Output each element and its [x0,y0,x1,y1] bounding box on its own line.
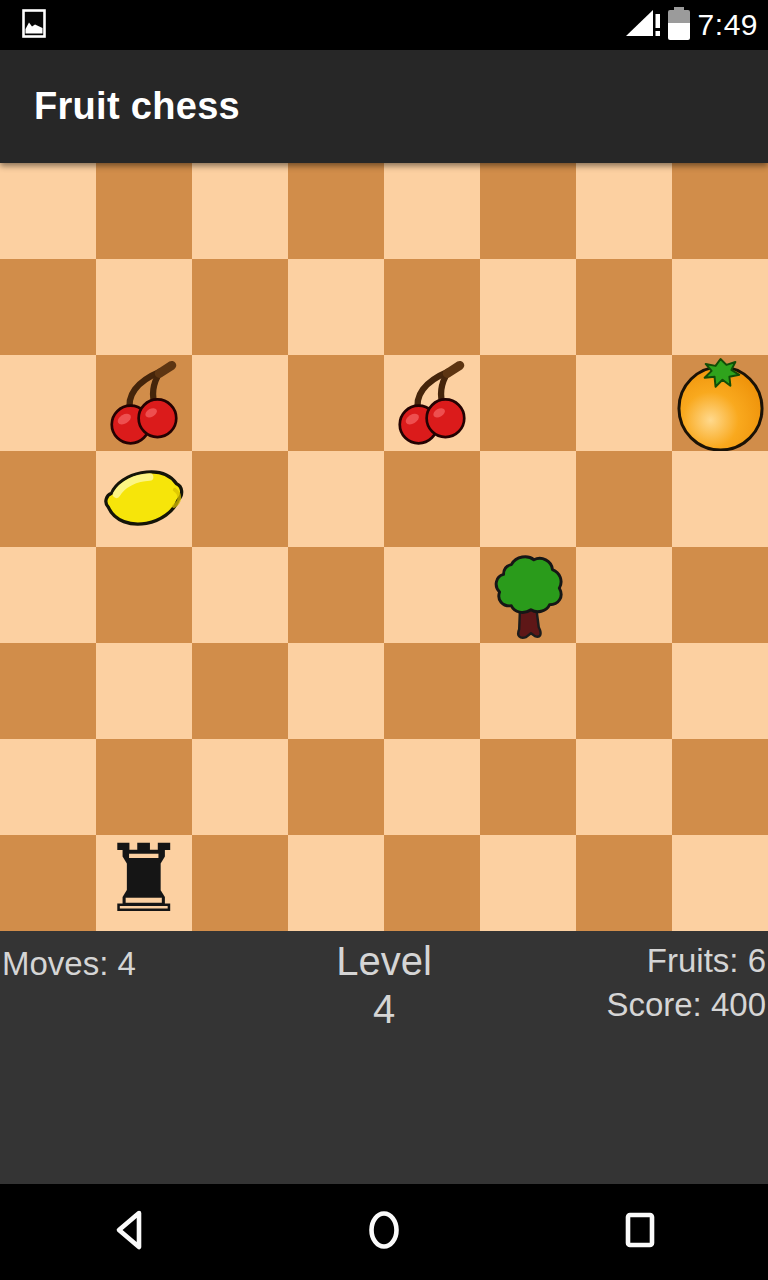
photo-notification-icon [22,9,46,42]
square-c1[interactable] [192,835,288,931]
square-b6[interactable] [96,355,192,451]
square-d7[interactable] [288,259,384,355]
square-d2[interactable] [288,739,384,835]
status-bar-right: 7:49 [624,8,762,42]
square-e7[interactable] [384,259,480,355]
square-a7[interactable] [0,259,96,355]
square-a1[interactable] [0,835,96,931]
square-g6[interactable] [576,355,672,451]
square-h3[interactable] [672,643,768,739]
fruits-counter: Fruits: 6 [606,939,766,983]
square-a6[interactable] [0,355,96,451]
square-a3[interactable] [0,643,96,739]
battery-icon [668,10,690,40]
black-rook-glyph: ♜ [102,831,186,927]
square-c5[interactable] [192,451,288,547]
square-a8[interactable] [0,163,96,259]
square-d6[interactable] [288,355,384,451]
square-e5[interactable] [384,451,480,547]
square-b7[interactable] [96,259,192,355]
square-c8[interactable] [192,163,288,259]
square-g5[interactable] [576,451,672,547]
recents-icon [624,1210,656,1254]
square-c2[interactable] [192,739,288,835]
square-g4[interactable] [576,547,672,643]
square-a5[interactable] [0,451,96,547]
square-g2[interactable] [576,739,672,835]
square-f7[interactable] [480,259,576,355]
square-f4[interactable] [480,547,576,643]
square-g1[interactable] [576,835,672,931]
square-h6[interactable] [672,355,768,451]
piece-orange[interactable] [672,355,768,451]
square-g7[interactable] [576,259,672,355]
square-d4[interactable] [288,547,384,643]
square-f2[interactable] [480,739,576,835]
square-f8[interactable] [480,163,576,259]
navigation-bar [0,1184,768,1280]
score-counter: Score: 400 [606,983,766,1027]
square-e2[interactable] [384,739,480,835]
square-f1[interactable] [480,835,576,931]
square-f6[interactable] [480,355,576,451]
page-title: Fruit chess [34,85,240,128]
square-c7[interactable] [192,259,288,355]
square-h4[interactable] [672,547,768,643]
screen: 7:49 Fruit chess ♜ Moves: 4 Level 4 Frui… [0,0,768,1280]
square-a4[interactable] [0,547,96,643]
square-b4[interactable] [96,547,192,643]
square-f5[interactable] [480,451,576,547]
home-icon [367,1208,401,1256]
square-h1[interactable] [672,835,768,931]
square-e4[interactable] [384,547,480,643]
app-bar: Fruit chess [0,50,768,163]
square-h5[interactable] [672,451,768,547]
recents-button[interactable] [512,1184,768,1280]
status-clock: 7:49 [698,8,758,42]
square-d8[interactable] [288,163,384,259]
square-e6[interactable] [384,355,480,451]
home-button[interactable] [256,1184,512,1280]
square-e3[interactable] [384,643,480,739]
square-d5[interactable] [288,451,384,547]
square-d1[interactable] [288,835,384,931]
piece-rook[interactable]: ♜ [96,835,192,931]
square-c6[interactable] [192,355,288,451]
level-indicator: Level 4 [336,931,432,1033]
square-e8[interactable] [384,163,480,259]
square-b2[interactable] [96,739,192,835]
board: ♜ [0,163,768,931]
square-b1[interactable]: ♜ [96,835,192,931]
hud-bar: Moves: 4 Level 4 Fruits: 6 Score: 400 [0,931,768,1184]
square-g3[interactable] [576,643,672,739]
piece-lemon[interactable] [96,451,192,547]
fruits-score: Fruits: 6 Score: 400 [606,931,766,1027]
square-d3[interactable] [288,643,384,739]
square-e1[interactable] [384,835,480,931]
square-h8[interactable] [672,163,768,259]
square-c4[interactable] [192,547,288,643]
level-value: 4 [336,985,432,1033]
piece-cherries[interactable] [96,355,192,451]
square-a2[interactable] [0,739,96,835]
square-g8[interactable] [576,163,672,259]
signal-alert-icon [624,8,662,42]
back-icon [113,1208,143,1256]
square-c3[interactable] [192,643,288,739]
square-b5[interactable] [96,451,192,547]
square-h7[interactable] [672,259,768,355]
square-h2[interactable] [672,739,768,835]
square-b8[interactable] [96,163,192,259]
status-bar: 7:49 [0,0,768,50]
piece-cherries[interactable] [384,355,480,451]
moves-counter: Moves: 4 [2,931,136,983]
square-f3[interactable] [480,643,576,739]
square-b3[interactable] [96,643,192,739]
back-button[interactable] [0,1184,256,1280]
piece-tree[interactable] [480,547,576,643]
level-label: Level [336,937,432,985]
